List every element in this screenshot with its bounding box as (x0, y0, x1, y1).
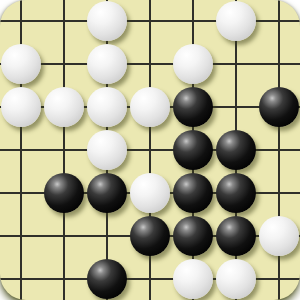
stone-white[interactable] (1, 87, 41, 127)
stone-white[interactable] (173, 44, 213, 84)
stone-white[interactable] (87, 87, 127, 127)
grid-line-vertical (63, 0, 65, 300)
stone-black[interactable] (259, 87, 299, 127)
stone-black[interactable] (87, 259, 127, 299)
stone-white[interactable] (130, 87, 170, 127)
stone-black[interactable] (173, 87, 213, 127)
grid-line-horizontal (0, 63, 300, 65)
stone-white[interactable] (44, 87, 84, 127)
stone-white[interactable] (87, 1, 127, 41)
stone-black[interactable] (173, 173, 213, 213)
stone-white[interactable] (216, 259, 256, 299)
stone-white[interactable] (173, 259, 213, 299)
gomoku-app-icon (0, 0, 300, 300)
stone-white[interactable] (259, 216, 299, 256)
stone-black[interactable] (216, 216, 256, 256)
stone-white[interactable] (87, 44, 127, 84)
stone-white[interactable] (1, 44, 41, 84)
stone-white[interactable] (216, 1, 256, 41)
stone-white[interactable] (87, 130, 127, 170)
stone-black[interactable] (173, 216, 213, 256)
stone-black[interactable] (216, 130, 256, 170)
stone-black[interactable] (87, 173, 127, 213)
stone-black[interactable] (173, 130, 213, 170)
board[interactable] (0, 0, 300, 300)
stone-black[interactable] (216, 173, 256, 213)
stone-black[interactable] (44, 173, 84, 213)
stone-black[interactable] (130, 216, 170, 256)
stone-white[interactable] (130, 173, 170, 213)
